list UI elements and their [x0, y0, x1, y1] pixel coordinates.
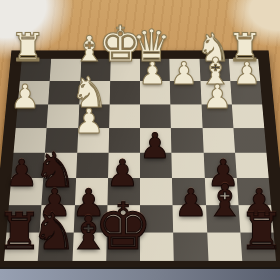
piece-black-pawn-f2[interactable]: ♟: [174, 184, 208, 222]
piece-white-pawn-e7[interactable]: ♟: [138, 58, 166, 89]
piece-black-king-d1[interactable]: ♚: [94, 194, 152, 259]
square-f6[interactable]: [171, 104, 203, 128]
piece-white-pawn-a6[interactable]: ♟: [10, 80, 40, 113]
square-d6[interactable]: [109, 104, 140, 128]
piece-white-pawn-f7[interactable]: ♟: [170, 58, 198, 89]
square-g5[interactable]: [202, 128, 235, 153]
piece-white-pawn-c5[interactable]: ♟: [74, 104, 104, 138]
piece-white-rook-a8[interactable]: ♜: [10, 28, 45, 67]
square-g1[interactable]: [207, 232, 242, 261]
square-f4[interactable]: [172, 153, 205, 179]
piece-black-pawn-d3[interactable]: ♟: [106, 155, 139, 192]
square-e6[interactable]: [140, 104, 171, 128]
piece-white-pawn-g6[interactable]: ♟: [203, 80, 233, 113]
square-f5[interactable]: [171, 128, 203, 153]
piece-white-pawn-h7[interactable]: ♟: [233, 58, 261, 89]
square-d5[interactable]: [108, 128, 140, 153]
chess-photo: ♜♝♚♛♞♜♟♟♝♟♟♞♟♟♟♟♞♟♟♟♟♟♝♟♜♞♝♚♜: [0, 0, 280, 280]
piece-black-rook-h1[interactable]: ♜: [239, 206, 280, 257]
square-c4[interactable]: [76, 153, 109, 179]
piece-black-pawn-e4[interactable]: ♟: [139, 129, 170, 164]
square-h6[interactable]: [232, 104, 265, 128]
square-h5[interactable]: [233, 128, 266, 153]
table-edge: [0, 267, 280, 280]
square-f1[interactable]: [173, 232, 208, 261]
square-d7[interactable]: [109, 81, 140, 104]
